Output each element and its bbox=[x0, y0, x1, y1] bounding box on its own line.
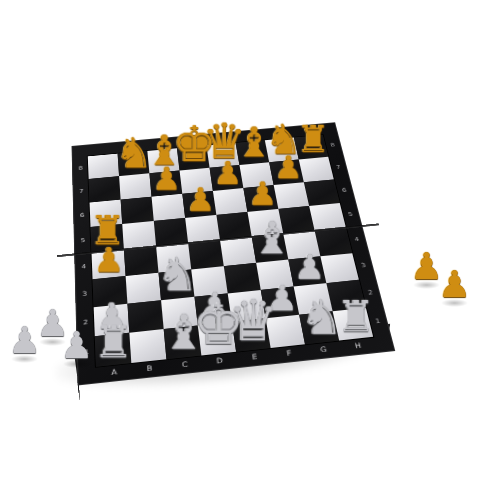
square-d1: ♚ bbox=[198, 322, 236, 356]
square-c6 bbox=[152, 194, 186, 221]
file-label-H: H bbox=[340, 339, 377, 354]
square-h1: ♜ bbox=[333, 308, 374, 341]
square-c8: ♝ bbox=[147, 148, 179, 173]
rank-label-left-5: 5 bbox=[77, 227, 90, 254]
square-b2 bbox=[127, 300, 163, 332]
captured-silver-pawn-3: ♟ bbox=[60, 327, 93, 364]
file-label-A: A bbox=[96, 365, 132, 381]
square-g8: ♞ bbox=[265, 138, 299, 163]
square-h3 bbox=[320, 253, 359, 283]
square-c1: ♝ bbox=[164, 325, 202, 359]
square-e7: ♟ bbox=[210, 165, 244, 191]
square-e3 bbox=[224, 263, 261, 294]
file-label-C: C bbox=[167, 357, 203, 372]
square-a1: ♜ bbox=[95, 333, 132, 367]
square-a4: ♟ bbox=[92, 249, 126, 279]
square-a3 bbox=[93, 276, 128, 307]
file-label-E: E bbox=[236, 350, 273, 365]
piece-gold-king-d8: ♚ bbox=[173, 119, 217, 168]
rank-label-right-1: 1 bbox=[368, 306, 388, 336]
rank-label-left-7: 7 bbox=[75, 179, 87, 204]
square-c3: ♞ bbox=[159, 269, 195, 300]
square-c2 bbox=[161, 297, 198, 329]
square-d8: ♚ bbox=[177, 146, 210, 171]
square-f2: ♟ bbox=[261, 287, 299, 319]
rank-label-left-4: 4 bbox=[77, 253, 90, 281]
rank-label-left-8: 8 bbox=[75, 157, 87, 181]
square-b7 bbox=[119, 173, 151, 199]
square-e1: ♛ bbox=[232, 318, 271, 351]
square-h6 bbox=[304, 179, 340, 206]
product-photo-stage: ♞♝♚♛♝♞♜♟♟♟♟♟♜♟♝♞♟♟♟♟♜♝♚♛♞♜ ABCDEFGH 8765… bbox=[0, 0, 500, 500]
rank-label-left-3: 3 bbox=[78, 280, 91, 309]
square-e2 bbox=[228, 290, 266, 322]
square-e8: ♛ bbox=[206, 143, 239, 168]
square-d4 bbox=[188, 240, 224, 269]
square-b4 bbox=[124, 246, 159, 276]
square-g1: ♞ bbox=[299, 311, 339, 344]
square-e6 bbox=[213, 188, 248, 215]
square-f1 bbox=[266, 315, 305, 348]
file-label-D: D bbox=[202, 354, 238, 369]
square-b8: ♞ bbox=[118, 151, 150, 176]
square-g3: ♟ bbox=[288, 256, 326, 286]
square-b3 bbox=[126, 273, 161, 304]
square-e4 bbox=[220, 237, 256, 266]
file-label-G: G bbox=[305, 342, 342, 357]
square-f8: ♝ bbox=[236, 140, 269, 165]
rank-label-right-3: 3 bbox=[354, 252, 373, 280]
square-d6: ♟ bbox=[182, 191, 216, 218]
square-a6 bbox=[90, 200, 123, 227]
square-f3 bbox=[256, 260, 294, 290]
square-d7 bbox=[180, 168, 213, 194]
square-b1 bbox=[129, 329, 166, 363]
square-b6 bbox=[121, 197, 154, 224]
chess-board-grid: ♞♝♚♛♝♞♜♟♟♟♟♟♜♟♝♞♟♟♟♟♜♝♚♛♞♜ bbox=[88, 135, 373, 367]
square-h7 bbox=[299, 157, 334, 183]
square-f7 bbox=[239, 162, 273, 188]
square-a7 bbox=[89, 176, 121, 202]
rank-label-left-6: 6 bbox=[76, 203, 89, 229]
square-h4 bbox=[315, 228, 353, 257]
captured-gold-pawn-5: ♟ bbox=[438, 266, 471, 303]
chess-board-case: ♞♝♚♛♝♞♜♟♟♟♟♟♜♟♝♞♟♟♟♟♜♝♚♛♞♜ ABCDEFGH 8765… bbox=[72, 122, 396, 385]
square-g2 bbox=[294, 283, 333, 315]
square-d3 bbox=[191, 266, 227, 297]
square-a2: ♟ bbox=[94, 304, 130, 337]
square-c4 bbox=[156, 243, 191, 273]
square-f6: ♟ bbox=[243, 185, 278, 212]
square-f4: ♝ bbox=[252, 234, 289, 263]
square-d2: ♟ bbox=[194, 293, 231, 325]
square-a8 bbox=[88, 154, 119, 179]
file-label-F: F bbox=[271, 346, 308, 361]
square-h8: ♜ bbox=[294, 135, 328, 160]
square-c7: ♟ bbox=[149, 171, 182, 197]
file-label-B: B bbox=[131, 361, 167, 377]
square-h2 bbox=[326, 280, 365, 311]
